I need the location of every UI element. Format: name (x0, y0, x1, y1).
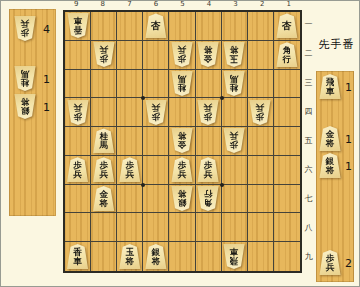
square-6七[interactable] (143, 185, 169, 214)
gote-piece[interactable]: 玉将 (223, 42, 245, 67)
rank-label-三: 三 (303, 79, 314, 87)
sente-piece[interactable]: 銀将 (145, 244, 167, 269)
square-8五[interactable]: 桂馬 (91, 127, 117, 156)
square-8六[interactable]: 歩兵 (91, 156, 117, 185)
square-9八[interactable] (65, 213, 91, 242)
square-1三[interactable] (274, 70, 300, 99)
square-2三[interactable] (248, 70, 274, 99)
hand-count: 1 (345, 134, 352, 145)
sente-piece[interactable]: 歩兵 (67, 157, 89, 182)
gote-piece[interactable]: 歩兵 (171, 42, 193, 67)
sente-piece[interactable]: 杏 (276, 13, 298, 38)
gote-piece[interactable]: 桂馬 (171, 71, 193, 96)
square-9三[interactable] (65, 70, 91, 99)
square-3八[interactable] (222, 213, 248, 242)
hoshi-dot (141, 183, 145, 187)
square-5二[interactable]: 歩兵 (169, 41, 195, 70)
sente-piece[interactable]: 歩兵 (197, 157, 219, 182)
rank-label-一: 一 (303, 21, 314, 29)
square-5七[interactable]: 銀将 (169, 185, 195, 214)
square-7二[interactable] (117, 41, 143, 70)
file-label-7: 7 (124, 1, 134, 8)
square-8四[interactable] (91, 98, 117, 127)
gote-piece[interactable]: 歩兵 (197, 100, 219, 125)
rank-label-四: 四 (303, 108, 314, 116)
square-4七[interactable]: 角行 (196, 185, 222, 214)
sente-piece[interactable]: 香車 (67, 244, 89, 269)
sente-piece[interactable]: 金将 (319, 126, 341, 151)
square-7一[interactable] (117, 12, 143, 41)
square-7六[interactable]: 歩兵 (117, 156, 143, 185)
square-9五[interactable] (65, 127, 91, 156)
shogi-diagram: 歩兵4桂馬1銀将1 香車杏杏歩兵歩兵金将玉将角行桂馬桂馬歩兵歩兵歩兵歩兵桂馬金将… (0, 0, 360, 287)
sente-piece[interactable]: 歩兵 (171, 157, 193, 182)
square-2八[interactable] (248, 213, 274, 242)
square-3二[interactable]: 玉将 (222, 41, 248, 70)
square-2七[interactable] (248, 185, 274, 214)
square-7七[interactable] (117, 185, 143, 214)
gote-piece[interactable]: 香車 (67, 13, 89, 38)
square-1五[interactable] (274, 127, 300, 156)
sente-piece[interactable]: 桂馬 (93, 128, 115, 153)
square-4四[interactable]: 歩兵 (196, 98, 222, 127)
square-3三[interactable]: 桂馬 (222, 70, 248, 99)
gote-piece[interactable]: 桂馬 (223, 71, 245, 96)
gote-piece[interactable]: 歩兵 (249, 100, 271, 125)
rank-label-五: 五 (303, 137, 314, 145)
square-2一[interactable] (248, 12, 274, 41)
sente-piece[interactable]: 歩兵 (93, 157, 115, 182)
square-5三[interactable]: 桂馬 (169, 70, 195, 99)
hand-count: 4 (43, 24, 50, 35)
gote-piece[interactable]: 歩兵 (145, 100, 167, 125)
square-9九[interactable]: 香車 (65, 242, 91, 271)
square-4八[interactable] (196, 213, 222, 242)
square-8七[interactable]: 金将 (91, 185, 117, 214)
gote-piece[interactable]: 金将 (171, 128, 193, 153)
square-6三[interactable] (143, 70, 169, 99)
square-6一[interactable]: 杏 (143, 12, 169, 41)
square-6五[interactable] (143, 127, 169, 156)
square-2六[interactable] (248, 156, 274, 185)
gote-piece[interactable]: 金将 (197, 42, 219, 67)
file-label-4: 4 (204, 1, 214, 8)
file-label-6: 6 (151, 1, 161, 8)
file-label-3: 3 (231, 1, 241, 8)
sente-piece[interactable]: 銀将 (319, 153, 341, 178)
square-5四[interactable] (169, 98, 195, 127)
square-7五[interactable] (117, 127, 143, 156)
hoshi-dot (220, 96, 224, 100)
square-2二[interactable] (248, 41, 274, 70)
hand-count: 2 (345, 258, 352, 269)
square-7八[interactable] (117, 213, 143, 242)
square-9一[interactable]: 香車 (65, 12, 91, 41)
square-4五[interactable] (196, 127, 222, 156)
hoshi-dot (220, 183, 224, 187)
gote-piece[interactable]: 歩兵 (14, 16, 36, 41)
square-4三[interactable] (196, 70, 222, 99)
gote-piece[interactable]: 飛車 (223, 244, 245, 269)
square-1七[interactable] (274, 185, 300, 214)
square-4六[interactable]: 歩兵 (196, 156, 222, 185)
square-5九[interactable] (169, 242, 195, 271)
gote-captured-stand: 歩兵4桂馬1銀将1 (9, 9, 56, 216)
sente-piece[interactable]: 歩兵 (119, 157, 141, 182)
gote-piece[interactable]: 歩兵 (93, 42, 115, 67)
square-3四[interactable] (222, 98, 248, 127)
board-grid: 香車杏杏歩兵歩兵金将玉将角行桂馬桂馬歩兵歩兵歩兵歩兵桂馬金将歩兵歩兵歩兵歩兵歩兵… (63, 10, 302, 273)
square-9七[interactable] (65, 185, 91, 214)
hand-count: 1 (345, 82, 352, 93)
square-5六[interactable]: 歩兵 (169, 156, 195, 185)
file-label-8: 8 (98, 1, 108, 8)
gote-piece[interactable]: 歩兵 (223, 128, 245, 153)
rank-label-六: 六 (303, 166, 314, 174)
sente-piece[interactable]: 飛車 (319, 74, 341, 99)
square-8一[interactable] (91, 12, 117, 41)
square-3七[interactable] (222, 185, 248, 214)
square-7三[interactable] (117, 70, 143, 99)
file-label-9: 9 (71, 1, 81, 8)
rank-label-九: 九 (303, 253, 314, 261)
square-9四[interactable]: 歩兵 (65, 98, 91, 127)
sente-piece[interactable]: 金将 (93, 186, 115, 211)
square-8三[interactable] (91, 70, 117, 99)
turn-indicator: 先手番 (313, 37, 360, 52)
sente-piece[interactable]: 杏 (145, 13, 167, 38)
square-8二[interactable]: 歩兵 (91, 41, 117, 70)
square-1四[interactable] (274, 98, 300, 127)
gote-piece[interactable]: 銀将 (171, 186, 193, 211)
square-6九[interactable]: 銀将 (143, 242, 169, 271)
hoshi-dot (141, 96, 145, 100)
sente-captured-stand: 飛車1金将1銀将1歩兵2 (316, 71, 354, 282)
square-1九[interactable] (274, 242, 300, 271)
square-5一[interactable] (169, 12, 195, 41)
square-1八[interactable] (274, 213, 300, 242)
square-8八[interactable] (91, 213, 117, 242)
square-2九[interactable] (248, 242, 274, 271)
rank-label-八: 八 (303, 224, 314, 232)
gote-piece[interactable]: 銀将 (14, 94, 36, 119)
square-7九[interactable]: 玉将 (117, 242, 143, 271)
square-1二[interactable]: 角行 (274, 41, 300, 70)
file-label-2: 2 (257, 1, 267, 8)
square-3五[interactable]: 歩兵 (222, 127, 248, 156)
square-8九[interactable] (91, 242, 117, 271)
square-5五[interactable]: 金将 (169, 127, 195, 156)
square-2五[interactable] (248, 127, 274, 156)
file-label-5: 5 (178, 1, 188, 8)
square-6四[interactable]: 歩兵 (143, 98, 169, 127)
rank-label-七: 七 (303, 195, 314, 203)
hand-count: 1 (43, 102, 50, 113)
square-4二[interactable]: 金将 (196, 41, 222, 70)
square-3六[interactable] (222, 156, 248, 185)
square-2四[interactable]: 歩兵 (248, 98, 274, 127)
square-7四[interactable] (117, 98, 143, 127)
square-4一[interactable] (196, 12, 222, 41)
square-1六[interactable] (274, 156, 300, 185)
sente-piece[interactable]: 歩兵 (319, 250, 341, 275)
square-4九[interactable] (196, 242, 222, 271)
gote-piece[interactable]: 角行 (197, 186, 219, 211)
rank-label-二: 二 (303, 50, 314, 58)
hand-count: 1 (345, 161, 352, 172)
square-3九[interactable]: 飛車 (222, 242, 248, 271)
gote-piece[interactable]: 桂馬 (14, 66, 36, 91)
square-1一[interactable]: 杏 (274, 12, 300, 41)
hand-count: 1 (43, 74, 50, 85)
square-3一[interactable] (222, 12, 248, 41)
square-9六[interactable]: 歩兵 (65, 156, 91, 185)
sente-piece[interactable]: 玉将 (119, 244, 141, 269)
shogi-board: 香車杏杏歩兵歩兵金将玉将角行桂馬桂馬歩兵歩兵歩兵歩兵桂馬金将歩兵歩兵歩兵歩兵歩兵… (63, 10, 302, 273)
square-5八[interactable] (169, 213, 195, 242)
square-6八[interactable] (143, 213, 169, 242)
file-label-1: 1 (284, 1, 294, 8)
gote-piece[interactable]: 歩兵 (67, 100, 89, 125)
square-6六[interactable] (143, 156, 169, 185)
sente-piece[interactable]: 角行 (276, 42, 298, 67)
square-6二[interactable] (143, 41, 169, 70)
square-9二[interactable] (65, 41, 91, 70)
